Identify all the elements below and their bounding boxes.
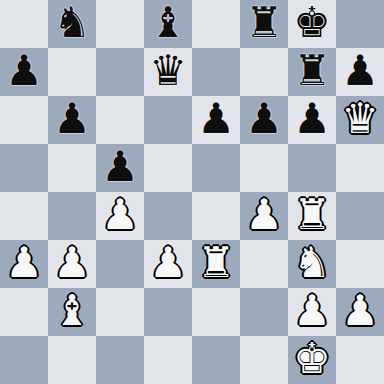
square-g1[interactable]: ♚	[288, 336, 336, 384]
square-g8[interactable]: ♚	[288, 0, 336, 48]
square-f4[interactable]: ♟	[240, 192, 288, 240]
square-c4[interactable]: ♟	[96, 192, 144, 240]
black-pawn[interactable]: ♟	[293, 96, 331, 143]
square-g2[interactable]: ♟	[288, 288, 336, 336]
square-g5[interactable]	[288, 144, 336, 192]
square-g3[interactable]: ♞	[288, 240, 336, 288]
square-b1[interactable]	[48, 336, 96, 384]
black-rook[interactable]: ♜	[245, 0, 283, 47]
square-h1[interactable]	[336, 336, 384, 384]
square-d1[interactable]	[144, 336, 192, 384]
white-rook[interactable]: ♜	[197, 240, 235, 287]
white-pawn[interactable]: ♟	[53, 240, 91, 287]
black-knight[interactable]: ♞	[53, 0, 91, 47]
square-f7[interactable]	[240, 48, 288, 96]
square-b3[interactable]: ♟	[48, 240, 96, 288]
square-a6[interactable]	[0, 96, 48, 144]
black-pawn[interactable]: ♟	[101, 144, 139, 191]
square-a7[interactable]: ♟	[0, 48, 48, 96]
black-pawn[interactable]: ♟	[341, 48, 379, 95]
square-b5[interactable]	[48, 144, 96, 192]
white-bishop[interactable]: ♝	[53, 288, 91, 335]
square-b8[interactable]: ♞	[48, 0, 96, 48]
white-pawn[interactable]: ♟	[341, 288, 379, 335]
square-a5[interactable]	[0, 144, 48, 192]
square-a4[interactable]	[0, 192, 48, 240]
square-b7[interactable]	[48, 48, 96, 96]
black-bishop[interactable]: ♝	[149, 0, 187, 47]
square-f1[interactable]	[240, 336, 288, 384]
white-king[interactable]: ♚	[293, 336, 331, 383]
square-c3[interactable]	[96, 240, 144, 288]
square-h5[interactable]	[336, 144, 384, 192]
square-e5[interactable]	[192, 144, 240, 192]
square-b6[interactable]: ♟	[48, 96, 96, 144]
black-king[interactable]: ♚	[293, 0, 331, 47]
square-d8[interactable]: ♝	[144, 0, 192, 48]
square-f5[interactable]	[240, 144, 288, 192]
square-c8[interactable]	[96, 0, 144, 48]
square-d3[interactable]: ♟	[144, 240, 192, 288]
square-c7[interactable]	[96, 48, 144, 96]
black-pawn[interactable]: ♟	[245, 96, 283, 143]
white-knight[interactable]: ♞	[293, 240, 331, 287]
white-pawn[interactable]: ♟	[5, 240, 43, 287]
square-d4[interactable]	[144, 192, 192, 240]
white-queen[interactable]: ♛	[341, 96, 379, 143]
square-g6[interactable]: ♟	[288, 96, 336, 144]
square-h3[interactable]	[336, 240, 384, 288]
black-pawn[interactable]: ♟	[197, 96, 235, 143]
square-d2[interactable]	[144, 288, 192, 336]
square-f8[interactable]: ♜	[240, 0, 288, 48]
square-c6[interactable]	[96, 96, 144, 144]
square-g4[interactable]: ♜	[288, 192, 336, 240]
square-e7[interactable]	[192, 48, 240, 96]
square-c5[interactable]: ♟	[96, 144, 144, 192]
square-a8[interactable]	[0, 0, 48, 48]
square-e1[interactable]	[192, 336, 240, 384]
white-pawn[interactable]: ♟	[245, 192, 283, 239]
square-h4[interactable]	[336, 192, 384, 240]
black-queen[interactable]: ♛	[149, 48, 187, 95]
square-e3[interactable]: ♜	[192, 240, 240, 288]
square-e6[interactable]: ♟	[192, 96, 240, 144]
square-b4[interactable]	[48, 192, 96, 240]
black-rook[interactable]: ♜	[293, 48, 331, 95]
square-f2[interactable]	[240, 288, 288, 336]
square-h6[interactable]: ♛	[336, 96, 384, 144]
square-e8[interactable]	[192, 0, 240, 48]
square-h8[interactable]	[336, 0, 384, 48]
square-d7[interactable]: ♛	[144, 48, 192, 96]
square-d5[interactable]	[144, 144, 192, 192]
white-rook[interactable]: ♜	[293, 192, 331, 239]
square-h2[interactable]: ♟	[336, 288, 384, 336]
white-pawn[interactable]: ♟	[149, 240, 187, 287]
square-d6[interactable]	[144, 96, 192, 144]
white-pawn[interactable]: ♟	[101, 192, 139, 239]
black-pawn[interactable]: ♟	[5, 48, 43, 95]
square-h7[interactable]: ♟	[336, 48, 384, 96]
black-pawn[interactable]: ♟	[53, 96, 91, 143]
square-a1[interactable]	[0, 336, 48, 384]
chess-board: ♞♝♜♚♟♛♜♟♟♟♟♟♛♟♟♟♜♟♟♟♜♞♝♟♟♚	[0, 0, 384, 384]
square-f6[interactable]: ♟	[240, 96, 288, 144]
square-e2[interactable]	[192, 288, 240, 336]
square-c2[interactable]	[96, 288, 144, 336]
square-a2[interactable]	[0, 288, 48, 336]
square-c1[interactable]	[96, 336, 144, 384]
square-b2[interactable]: ♝	[48, 288, 96, 336]
square-f3[interactable]	[240, 240, 288, 288]
square-g7[interactable]: ♜	[288, 48, 336, 96]
square-a3[interactable]: ♟	[0, 240, 48, 288]
square-e4[interactable]	[192, 192, 240, 240]
white-pawn[interactable]: ♟	[293, 288, 331, 335]
